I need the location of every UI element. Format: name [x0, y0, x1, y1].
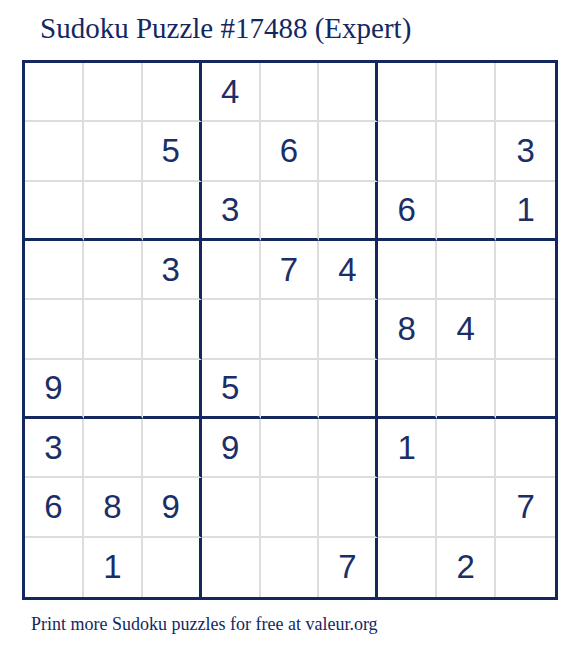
cell-r7c9: [496, 419, 555, 478]
cell-r1c2: [84, 63, 143, 122]
cell-r3c1: [25, 182, 84, 241]
cell-r5c2: [84, 300, 143, 359]
cell-r3c3: [143, 182, 202, 241]
cell-r2c3: 5: [143, 122, 202, 181]
cell-r5c3: [143, 300, 202, 359]
cell-r1c8: [437, 63, 496, 122]
cell-r3c4: 3: [202, 182, 261, 241]
cell-r7c6: [319, 419, 378, 478]
cell-r7c7: 1: [378, 419, 437, 478]
cell-r8c2: 8: [84, 478, 143, 537]
footer-text: Print more Sudoku puzzles for free at va…: [31, 614, 378, 635]
cell-r2c8: [437, 122, 496, 181]
cell-r9c6: 7: [319, 538, 378, 597]
cell-r3c6: [319, 182, 378, 241]
page-title: Sudoku Puzzle #17488 (Expert): [40, 12, 411, 45]
cell-r5c9: [496, 300, 555, 359]
cell-r9c4: [202, 538, 261, 597]
sudoku-grid: 456336137484953916897172: [22, 60, 558, 600]
cell-r4c9: [496, 241, 555, 300]
cell-r5c4: [202, 300, 261, 359]
cell-r7c1: 3: [25, 419, 84, 478]
cell-r3c9: 1: [496, 182, 555, 241]
cell-r9c2: 1: [84, 538, 143, 597]
cell-r8c1: 6: [25, 478, 84, 537]
cell-r2c6: [319, 122, 378, 181]
cell-r4c2: [84, 241, 143, 300]
cell-r5c5: [261, 300, 320, 359]
cell-r9c7: [378, 538, 437, 597]
cell-r4c8: [437, 241, 496, 300]
cell-r6c8: [437, 360, 496, 419]
cell-r1c5: [261, 63, 320, 122]
cell-r6c6: [319, 360, 378, 419]
cell-r3c5: [261, 182, 320, 241]
cell-r2c5: 6: [261, 122, 320, 181]
cell-r4c7: [378, 241, 437, 300]
cell-r8c4: [202, 478, 261, 537]
cell-r9c5: [261, 538, 320, 597]
cell-r8c3: 9: [143, 478, 202, 537]
cell-r9c9: [496, 538, 555, 597]
cell-r7c5: [261, 419, 320, 478]
cell-r4c5: 7: [261, 241, 320, 300]
cell-r1c9: [496, 63, 555, 122]
cell-r6c5: [261, 360, 320, 419]
cell-r7c3: [143, 419, 202, 478]
cell-r1c4: 4: [202, 63, 261, 122]
cell-r2c2: [84, 122, 143, 181]
cell-r8c5: [261, 478, 320, 537]
cell-r4c3: 3: [143, 241, 202, 300]
cell-r3c8: [437, 182, 496, 241]
cell-r6c4: 5: [202, 360, 261, 419]
cell-r2c4: [202, 122, 261, 181]
cell-r6c7: [378, 360, 437, 419]
cell-r2c7: [378, 122, 437, 181]
cell-r1c3: [143, 63, 202, 122]
cell-r1c1: [25, 63, 84, 122]
sudoku-page: Sudoku Puzzle #17488 (Expert) 4563361374…: [0, 0, 580, 651]
cell-r9c8: 2: [437, 538, 496, 597]
cell-r6c2: [84, 360, 143, 419]
cell-r6c3: [143, 360, 202, 419]
cell-r3c2: [84, 182, 143, 241]
cell-r8c7: [378, 478, 437, 537]
cell-r7c4: 9: [202, 419, 261, 478]
cell-r1c7: [378, 63, 437, 122]
cell-r8c6: [319, 478, 378, 537]
cell-r5c1: [25, 300, 84, 359]
cell-r1c6: [319, 63, 378, 122]
cell-r4c4: [202, 241, 261, 300]
cell-r8c9: 7: [496, 478, 555, 537]
cell-r9c1: [25, 538, 84, 597]
cell-r2c9: 3: [496, 122, 555, 181]
cell-r4c6: 4: [319, 241, 378, 300]
cell-r5c8: 4: [437, 300, 496, 359]
cell-r5c7: 8: [378, 300, 437, 359]
cell-r8c8: [437, 478, 496, 537]
cell-r6c9: [496, 360, 555, 419]
cell-r7c2: [84, 419, 143, 478]
cell-r7c8: [437, 419, 496, 478]
cell-r2c1: [25, 122, 84, 181]
cell-r6c1: 9: [25, 360, 84, 419]
cell-r5c6: [319, 300, 378, 359]
cell-r9c3: [143, 538, 202, 597]
cell-r3c7: 6: [378, 182, 437, 241]
cell-r4c1: [25, 241, 84, 300]
